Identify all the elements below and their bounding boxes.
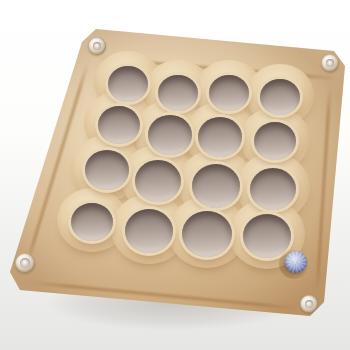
valve-cap: [285, 251, 307, 273]
product-photo-scene: [0, 0, 350, 350]
